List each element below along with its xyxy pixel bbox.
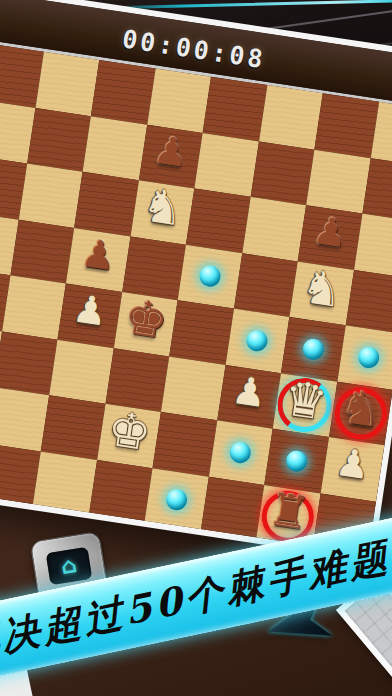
move-dot-g2[interactable] [285, 449, 309, 473]
square-f8[interactable] [259, 85, 323, 149]
square-e3[interactable] [161, 356, 225, 420]
home-icon: ⌂ [60, 554, 79, 578]
home-button-screen: ⌂ [46, 547, 92, 585]
black-knight-h3[interactable]: ♞ [338, 382, 386, 434]
square-b4[interactable] [2, 275, 66, 339]
move-dot-h4[interactable] [357, 345, 381, 369]
square-f4[interactable] [225, 309, 289, 373]
square-e2[interactable] [153, 412, 217, 476]
square-h3[interactable]: ♞ [329, 381, 392, 445]
square-e4[interactable] [169, 300, 233, 364]
square-e1[interactable] [144, 468, 208, 532]
square-e5[interactable] [178, 244, 242, 308]
square-b7[interactable] [27, 107, 91, 171]
square-f6[interactable] [242, 197, 306, 261]
square-f7[interactable] [250, 141, 314, 205]
square-f2[interactable] [208, 420, 272, 484]
black-pawn-g6[interactable]: ♟ [311, 211, 350, 254]
square-f3[interactable]: ♟ [217, 364, 281, 428]
square-d2[interactable]: ♚ [97, 404, 161, 468]
square-f5[interactable] [234, 253, 298, 317]
square-e7[interactable] [194, 133, 258, 197]
square-e8[interactable] [203, 77, 267, 141]
white-knight-g5[interactable]: ♞ [298, 262, 346, 314]
square-c1[interactable] [32, 451, 96, 515]
chess-app-screenshot: 00:00:08 ♟♞♟♟♞♟♚♟♛♞♚♟♜ [0, 0, 392, 561]
move-dot-g4[interactable] [301, 337, 325, 361]
square-d8[interactable] [147, 68, 211, 132]
square-f1[interactable] [200, 476, 264, 540]
black-pawn-c5[interactable]: ♟ [79, 233, 118, 276]
square-c6[interactable] [74, 172, 138, 236]
square-c5[interactable]: ♟ [66, 228, 130, 292]
square-c4[interactable]: ♟ [58, 283, 122, 347]
square-d6[interactable]: ♞ [130, 180, 194, 244]
square-c3[interactable] [49, 339, 113, 403]
square-d4[interactable]: ♚ [113, 292, 177, 356]
black-rook-g1[interactable]: ♜ [266, 486, 313, 536]
page: ⌂ 00:00:08 ♟♞♟♟♞♟♚♟♛♞♚♟♜ 解决超过50个棘手难题。 [0, 0, 392, 696]
move-dot-e5[interactable] [198, 264, 222, 288]
square-g7[interactable] [306, 149, 370, 213]
square-g3[interactable]: ♛ [273, 373, 337, 437]
move-dot-e1[interactable] [164, 488, 188, 512]
square-g8[interactable] [314, 93, 378, 157]
move-dot-f4[interactable] [245, 329, 269, 353]
square-g5[interactable]: ♞ [289, 261, 353, 325]
black-king-d4[interactable]: ♚ [121, 292, 171, 346]
square-h2[interactable]: ♟ [320, 437, 384, 501]
black-pawn-d7[interactable]: ♟ [152, 130, 191, 173]
square-e6[interactable] [186, 188, 250, 252]
square-c7[interactable] [83, 116, 147, 180]
square-h5[interactable] [345, 269, 392, 333]
square-b5[interactable] [10, 219, 74, 283]
move-dot-f2[interactable] [229, 440, 253, 464]
square-b8[interactable] [35, 52, 99, 116]
square-b6[interactable] [18, 163, 82, 227]
white-knight-d6[interactable]: ♞ [139, 181, 187, 233]
square-c2[interactable] [41, 395, 105, 459]
square-b3[interactable] [0, 331, 58, 395]
square-c8[interactable] [91, 60, 155, 124]
white-king-d2[interactable]: ♚ [105, 404, 155, 458]
white-pawn-c4[interactable]: ♟ [71, 289, 110, 332]
square-d1[interactable] [88, 459, 152, 523]
white-queen-g3[interactable]: ♛ [281, 373, 331, 427]
chess-board: ♟♞♟♟♞♟♚♟♛♞♚♟♜ [0, 40, 392, 561]
white-pawn-h2[interactable]: ♟ [333, 443, 372, 486]
white-pawn-f3[interactable]: ♟ [230, 370, 269, 413]
